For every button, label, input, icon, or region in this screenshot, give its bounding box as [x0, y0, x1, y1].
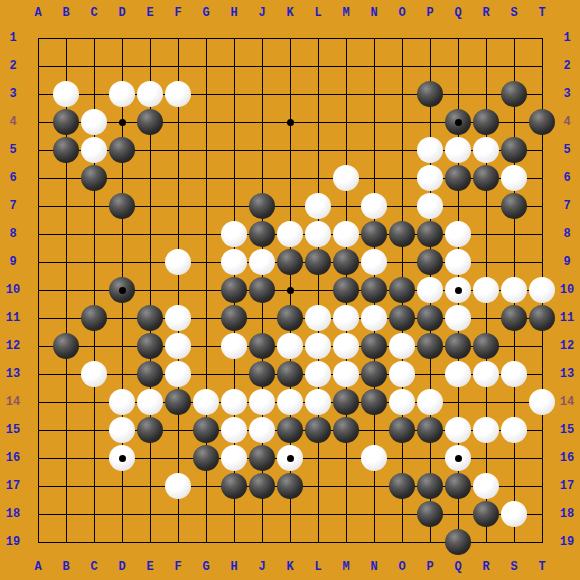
point-H2[interactable] [220, 52, 248, 80]
point-N5[interactable] [360, 136, 388, 164]
point-S10[interactable] [500, 276, 528, 304]
point-O2[interactable] [388, 52, 416, 80]
point-A10[interactable] [24, 276, 52, 304]
point-P3[interactable] [416, 80, 444, 108]
point-O16[interactable] [388, 444, 416, 472]
point-C18[interactable] [80, 500, 108, 528]
point-B4[interactable] [52, 108, 80, 136]
point-E3[interactable] [136, 80, 164, 108]
point-N14[interactable] [360, 388, 388, 416]
point-A18[interactable] [24, 500, 52, 528]
point-T14[interactable] [528, 388, 556, 416]
point-E7[interactable] [136, 192, 164, 220]
point-L7[interactable] [304, 192, 332, 220]
point-H6[interactable] [220, 164, 248, 192]
point-S11[interactable] [500, 304, 528, 332]
point-N13[interactable] [360, 360, 388, 388]
point-G19[interactable] [192, 528, 220, 556]
point-L17[interactable] [304, 472, 332, 500]
point-R11[interactable] [472, 304, 500, 332]
point-O12[interactable] [388, 332, 416, 360]
point-P5[interactable] [416, 136, 444, 164]
point-P17[interactable] [416, 472, 444, 500]
point-J13[interactable] [248, 360, 276, 388]
point-G18[interactable] [192, 500, 220, 528]
point-D1[interactable] [108, 24, 136, 52]
point-C9[interactable] [80, 248, 108, 276]
point-K7[interactable] [276, 192, 304, 220]
point-J14[interactable] [248, 388, 276, 416]
point-B14[interactable] [52, 388, 80, 416]
point-C14[interactable] [80, 388, 108, 416]
point-S7[interactable] [500, 192, 528, 220]
point-N6[interactable] [360, 164, 388, 192]
point-K1[interactable] [276, 24, 304, 52]
point-Q1[interactable] [444, 24, 472, 52]
point-K6[interactable] [276, 164, 304, 192]
point-J6[interactable] [248, 164, 276, 192]
point-N7[interactable] [360, 192, 388, 220]
point-F16[interactable] [164, 444, 192, 472]
point-N17[interactable] [360, 472, 388, 500]
point-M5[interactable] [332, 136, 360, 164]
point-A9[interactable] [24, 248, 52, 276]
point-K11[interactable] [276, 304, 304, 332]
point-B2[interactable] [52, 52, 80, 80]
point-J2[interactable] [248, 52, 276, 80]
point-S15[interactable] [500, 416, 528, 444]
point-Q17[interactable] [444, 472, 472, 500]
point-A11[interactable] [24, 304, 52, 332]
point-G16[interactable] [192, 444, 220, 472]
point-H8[interactable] [220, 220, 248, 248]
point-O3[interactable] [388, 80, 416, 108]
point-F1[interactable] [164, 24, 192, 52]
point-H10[interactable] [220, 276, 248, 304]
point-R16[interactable] [472, 444, 500, 472]
point-N16[interactable] [360, 444, 388, 472]
point-K14[interactable] [276, 388, 304, 416]
point-O14[interactable] [388, 388, 416, 416]
point-H1[interactable] [220, 24, 248, 52]
point-E2[interactable] [136, 52, 164, 80]
point-H4[interactable] [220, 108, 248, 136]
point-Q5[interactable] [444, 136, 472, 164]
point-K12[interactable] [276, 332, 304, 360]
point-G17[interactable] [192, 472, 220, 500]
point-C19[interactable] [80, 528, 108, 556]
point-S9[interactable] [500, 248, 528, 276]
point-B16[interactable] [52, 444, 80, 472]
point-T10[interactable] [528, 276, 556, 304]
point-A6[interactable] [24, 164, 52, 192]
point-F3[interactable] [164, 80, 192, 108]
point-G4[interactable] [192, 108, 220, 136]
point-B9[interactable] [52, 248, 80, 276]
point-F12[interactable] [164, 332, 192, 360]
point-M6[interactable] [332, 164, 360, 192]
point-K15[interactable] [276, 416, 304, 444]
point-L1[interactable] [304, 24, 332, 52]
point-L11[interactable] [304, 304, 332, 332]
point-A3[interactable] [24, 80, 52, 108]
point-N2[interactable] [360, 52, 388, 80]
point-D8[interactable] [108, 220, 136, 248]
point-D3[interactable] [108, 80, 136, 108]
point-B8[interactable] [52, 220, 80, 248]
point-R2[interactable] [472, 52, 500, 80]
point-J8[interactable] [248, 220, 276, 248]
point-G15[interactable] [192, 416, 220, 444]
point-L5[interactable] [304, 136, 332, 164]
point-J7[interactable] [248, 192, 276, 220]
point-N19[interactable] [360, 528, 388, 556]
point-J15[interactable] [248, 416, 276, 444]
point-G7[interactable] [192, 192, 220, 220]
point-H9[interactable] [220, 248, 248, 276]
point-H14[interactable] [220, 388, 248, 416]
point-A17[interactable] [24, 472, 52, 500]
point-A13[interactable] [24, 360, 52, 388]
point-C3[interactable] [80, 80, 108, 108]
point-Q12[interactable] [444, 332, 472, 360]
point-H18[interactable] [220, 500, 248, 528]
point-S16[interactable] [500, 444, 528, 472]
point-S8[interactable] [500, 220, 528, 248]
point-J11[interactable] [248, 304, 276, 332]
point-O4[interactable] [388, 108, 416, 136]
point-S17[interactable] [500, 472, 528, 500]
point-Q15[interactable] [444, 416, 472, 444]
point-E6[interactable] [136, 164, 164, 192]
point-H11[interactable] [220, 304, 248, 332]
point-P8[interactable] [416, 220, 444, 248]
point-O15[interactable] [388, 416, 416, 444]
point-M10[interactable] [332, 276, 360, 304]
point-L4[interactable] [304, 108, 332, 136]
point-M7[interactable] [332, 192, 360, 220]
point-K19[interactable] [276, 528, 304, 556]
point-G6[interactable] [192, 164, 220, 192]
point-J9[interactable] [248, 248, 276, 276]
point-A5[interactable] [24, 136, 52, 164]
point-E16[interactable] [136, 444, 164, 472]
point-E8[interactable] [136, 220, 164, 248]
point-M11[interactable] [332, 304, 360, 332]
point-M13[interactable] [332, 360, 360, 388]
point-G1[interactable] [192, 24, 220, 52]
point-E5[interactable] [136, 136, 164, 164]
point-R1[interactable] [472, 24, 500, 52]
point-L12[interactable] [304, 332, 332, 360]
point-S18[interactable] [500, 500, 528, 528]
point-O18[interactable] [388, 500, 416, 528]
point-N4[interactable] [360, 108, 388, 136]
point-J3[interactable] [248, 80, 276, 108]
point-T15[interactable] [528, 416, 556, 444]
point-T9[interactable] [528, 248, 556, 276]
point-N18[interactable] [360, 500, 388, 528]
point-S5[interactable] [500, 136, 528, 164]
point-C15[interactable] [80, 416, 108, 444]
point-G10[interactable] [192, 276, 220, 304]
point-H13[interactable] [220, 360, 248, 388]
point-T16[interactable] [528, 444, 556, 472]
point-P2[interactable] [416, 52, 444, 80]
point-P12[interactable] [416, 332, 444, 360]
point-R9[interactable] [472, 248, 500, 276]
point-Q19[interactable] [444, 528, 472, 556]
point-G13[interactable] [192, 360, 220, 388]
point-Q2[interactable] [444, 52, 472, 80]
point-M1[interactable] [332, 24, 360, 52]
point-O10[interactable] [388, 276, 416, 304]
point-T12[interactable] [528, 332, 556, 360]
point-J16[interactable] [248, 444, 276, 472]
point-M16[interactable] [332, 444, 360, 472]
point-H16[interactable] [220, 444, 248, 472]
point-D11[interactable] [108, 304, 136, 332]
point-C1[interactable] [80, 24, 108, 52]
point-R17[interactable] [472, 472, 500, 500]
point-G3[interactable] [192, 80, 220, 108]
point-E9[interactable] [136, 248, 164, 276]
point-C8[interactable] [80, 220, 108, 248]
point-T1[interactable] [528, 24, 556, 52]
point-M3[interactable] [332, 80, 360, 108]
point-G11[interactable] [192, 304, 220, 332]
point-P9[interactable] [416, 248, 444, 276]
point-H12[interactable] [220, 332, 248, 360]
point-M15[interactable] [332, 416, 360, 444]
point-A19[interactable] [24, 528, 52, 556]
point-R19[interactable] [472, 528, 500, 556]
point-C6[interactable] [80, 164, 108, 192]
point-A12[interactable] [24, 332, 52, 360]
point-H7[interactable] [220, 192, 248, 220]
point-A4[interactable] [24, 108, 52, 136]
point-G12[interactable] [192, 332, 220, 360]
point-L14[interactable] [304, 388, 332, 416]
point-C4[interactable] [80, 108, 108, 136]
point-F14[interactable] [164, 388, 192, 416]
point-K9[interactable] [276, 248, 304, 276]
point-S1[interactable] [500, 24, 528, 52]
point-T11[interactable] [528, 304, 556, 332]
point-R4[interactable] [472, 108, 500, 136]
point-N12[interactable] [360, 332, 388, 360]
point-P7[interactable] [416, 192, 444, 220]
point-D12[interactable] [108, 332, 136, 360]
point-E12[interactable] [136, 332, 164, 360]
point-F15[interactable] [164, 416, 192, 444]
point-G9[interactable] [192, 248, 220, 276]
point-A2[interactable] [24, 52, 52, 80]
point-Q14[interactable] [444, 388, 472, 416]
point-R12[interactable] [472, 332, 500, 360]
point-D14[interactable] [108, 388, 136, 416]
point-O8[interactable] [388, 220, 416, 248]
point-P15[interactable] [416, 416, 444, 444]
point-R6[interactable] [472, 164, 500, 192]
point-M8[interactable] [332, 220, 360, 248]
point-O11[interactable] [388, 304, 416, 332]
point-R3[interactable] [472, 80, 500, 108]
point-C13[interactable] [80, 360, 108, 388]
point-O9[interactable] [388, 248, 416, 276]
point-O19[interactable] [388, 528, 416, 556]
point-S12[interactable] [500, 332, 528, 360]
point-C16[interactable] [80, 444, 108, 472]
point-T7[interactable] [528, 192, 556, 220]
point-F13[interactable] [164, 360, 192, 388]
point-N8[interactable] [360, 220, 388, 248]
point-J17[interactable] [248, 472, 276, 500]
point-O1[interactable] [388, 24, 416, 52]
point-G5[interactable] [192, 136, 220, 164]
point-F8[interactable] [164, 220, 192, 248]
point-K13[interactable] [276, 360, 304, 388]
point-K2[interactable] [276, 52, 304, 80]
point-G14[interactable] [192, 388, 220, 416]
point-B15[interactable] [52, 416, 80, 444]
point-M18[interactable] [332, 500, 360, 528]
point-M4[interactable] [332, 108, 360, 136]
point-B7[interactable] [52, 192, 80, 220]
point-N11[interactable] [360, 304, 388, 332]
point-T17[interactable] [528, 472, 556, 500]
point-F5[interactable] [164, 136, 192, 164]
point-B19[interactable] [52, 528, 80, 556]
point-L8[interactable] [304, 220, 332, 248]
point-E11[interactable] [136, 304, 164, 332]
point-T6[interactable] [528, 164, 556, 192]
point-D19[interactable] [108, 528, 136, 556]
point-D9[interactable] [108, 248, 136, 276]
point-P18[interactable] [416, 500, 444, 528]
point-H19[interactable] [220, 528, 248, 556]
point-B18[interactable] [52, 500, 80, 528]
point-L19[interactable] [304, 528, 332, 556]
point-R18[interactable] [472, 500, 500, 528]
point-L9[interactable] [304, 248, 332, 276]
point-S2[interactable] [500, 52, 528, 80]
point-L10[interactable] [304, 276, 332, 304]
point-Q11[interactable] [444, 304, 472, 332]
point-H3[interactable] [220, 80, 248, 108]
point-O13[interactable] [388, 360, 416, 388]
point-K8[interactable] [276, 220, 304, 248]
point-N9[interactable] [360, 248, 388, 276]
point-C10[interactable] [80, 276, 108, 304]
point-J1[interactable] [248, 24, 276, 52]
point-F18[interactable] [164, 500, 192, 528]
point-M14[interactable] [332, 388, 360, 416]
point-Q13[interactable] [444, 360, 472, 388]
point-S14[interactable] [500, 388, 528, 416]
point-E14[interactable] [136, 388, 164, 416]
point-O5[interactable] [388, 136, 416, 164]
point-F6[interactable] [164, 164, 192, 192]
point-A7[interactable] [24, 192, 52, 220]
point-H17[interactable] [220, 472, 248, 500]
point-F7[interactable] [164, 192, 192, 220]
point-P19[interactable] [416, 528, 444, 556]
point-F19[interactable] [164, 528, 192, 556]
point-F2[interactable] [164, 52, 192, 80]
point-P1[interactable] [416, 24, 444, 52]
point-T19[interactable] [528, 528, 556, 556]
point-C12[interactable] [80, 332, 108, 360]
point-D2[interactable] [108, 52, 136, 80]
point-R14[interactable] [472, 388, 500, 416]
point-S6[interactable] [500, 164, 528, 192]
point-B11[interactable] [52, 304, 80, 332]
point-E18[interactable] [136, 500, 164, 528]
point-A8[interactable] [24, 220, 52, 248]
point-F4[interactable] [164, 108, 192, 136]
point-F10[interactable] [164, 276, 192, 304]
point-F17[interactable] [164, 472, 192, 500]
point-A15[interactable] [24, 416, 52, 444]
point-O7[interactable] [388, 192, 416, 220]
point-D7[interactable] [108, 192, 136, 220]
point-N3[interactable] [360, 80, 388, 108]
point-K18[interactable] [276, 500, 304, 528]
point-B12[interactable] [52, 332, 80, 360]
point-S19[interactable] [500, 528, 528, 556]
point-L16[interactable] [304, 444, 332, 472]
point-M9[interactable] [332, 248, 360, 276]
point-R15[interactable] [472, 416, 500, 444]
point-H5[interactable] [220, 136, 248, 164]
point-R10[interactable] [472, 276, 500, 304]
point-A1[interactable] [24, 24, 52, 52]
point-A16[interactable] [24, 444, 52, 472]
point-J5[interactable] [248, 136, 276, 164]
point-O17[interactable] [388, 472, 416, 500]
point-F9[interactable] [164, 248, 192, 276]
point-L3[interactable] [304, 80, 332, 108]
point-P10[interactable] [416, 276, 444, 304]
point-E1[interactable] [136, 24, 164, 52]
point-E19[interactable] [136, 528, 164, 556]
point-T5[interactable] [528, 136, 556, 164]
point-B13[interactable] [52, 360, 80, 388]
point-R8[interactable] [472, 220, 500, 248]
point-R7[interactable] [472, 192, 500, 220]
point-E17[interactable] [136, 472, 164, 500]
point-J4[interactable] [248, 108, 276, 136]
point-D13[interactable] [108, 360, 136, 388]
point-E4[interactable] [136, 108, 164, 136]
point-L2[interactable] [304, 52, 332, 80]
point-T18[interactable] [528, 500, 556, 528]
point-A14[interactable] [24, 388, 52, 416]
point-C17[interactable] [80, 472, 108, 500]
point-T3[interactable] [528, 80, 556, 108]
point-D15[interactable] [108, 416, 136, 444]
point-J19[interactable] [248, 528, 276, 556]
point-Q7[interactable] [444, 192, 472, 220]
point-S4[interactable] [500, 108, 528, 136]
point-T4[interactable] [528, 108, 556, 136]
point-B17[interactable] [52, 472, 80, 500]
point-M17[interactable] [332, 472, 360, 500]
point-B1[interactable] [52, 24, 80, 52]
point-E10[interactable] [136, 276, 164, 304]
point-P13[interactable] [416, 360, 444, 388]
